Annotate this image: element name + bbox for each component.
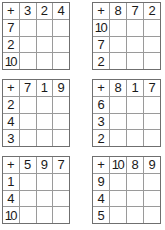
answer-cell[interactable] (127, 207, 143, 223)
row-header-cell: 2 (3, 97, 19, 113)
row-header-cell: 1 (3, 174, 19, 190)
addition-grid-4: +817632 (92, 79, 161, 147)
answer-cell[interactable] (53, 37, 69, 53)
operator-plus-cell: + (3, 80, 19, 96)
answer-cell[interactable] (110, 114, 126, 130)
column-header-cell: 8 (110, 3, 126, 19)
answer-cell[interactable] (110, 37, 126, 53)
column-header-cell: 7 (144, 80, 160, 96)
column-header-cell: 8 (110, 80, 126, 96)
answer-cell[interactable] (53, 174, 69, 190)
answer-cell[interactable] (127, 130, 143, 146)
answer-cell[interactable] (20, 20, 36, 36)
column-header-cell: 2 (144, 3, 160, 19)
answer-cell[interactable] (20, 97, 36, 113)
answer-cell[interactable] (144, 97, 160, 113)
row-header-cell: 5 (93, 207, 109, 223)
operator-plus-cell: + (3, 3, 19, 19)
answer-cell[interactable] (20, 191, 36, 207)
answer-cell[interactable] (144, 114, 160, 130)
row-header-cell: 7 (93, 37, 109, 53)
answer-cell[interactable] (144, 207, 160, 223)
answer-cell[interactable] (53, 207, 69, 223)
answer-cell[interactable] (110, 20, 126, 36)
column-header-cell: 1 (37, 80, 53, 96)
answer-cell[interactable] (110, 174, 126, 190)
column-header-cell: 2 (37, 3, 53, 19)
answer-cell[interactable] (144, 174, 160, 190)
answer-cell[interactable] (110, 191, 126, 207)
answer-cell[interactable] (127, 97, 143, 113)
answer-cell[interactable] (127, 174, 143, 190)
operator-plus-cell: + (93, 3, 109, 19)
column-header-cell: 9 (53, 80, 69, 96)
answer-cell[interactable] (127, 114, 143, 130)
answer-cell[interactable] (20, 37, 36, 53)
answer-cell[interactable] (37, 37, 53, 53)
row-header-cell: 6 (93, 97, 109, 113)
answer-cell[interactable] (53, 114, 69, 130)
operator-plus-cell: + (93, 80, 109, 96)
answer-cell[interactable] (144, 130, 160, 146)
column-header-cell: 5 (20, 157, 36, 173)
answer-cell[interactable] (110, 97, 126, 113)
answer-cell[interactable] (37, 114, 53, 130)
addition-grid-6: +1089945 (92, 156, 161, 224)
answer-cell[interactable] (53, 97, 69, 113)
addition-grid-5: +5971410 (2, 156, 70, 224)
row-header-cell: 2 (93, 53, 109, 69)
answer-cell[interactable] (20, 174, 36, 190)
answer-cell[interactable] (20, 114, 36, 130)
addition-grid-3: +719243 (2, 79, 70, 147)
answer-cell[interactable] (20, 53, 36, 69)
column-header-cell: 10 (110, 157, 126, 173)
column-header-cell: 7 (127, 3, 143, 19)
answer-cell[interactable] (127, 20, 143, 36)
answer-cell[interactable] (127, 53, 143, 69)
column-header-cell: 7 (53, 157, 69, 173)
answer-cell[interactable] (144, 20, 160, 36)
column-header-cell: 9 (144, 157, 160, 173)
operator-plus-cell: + (3, 157, 19, 173)
row-header-cell: 10 (93, 20, 109, 36)
column-header-cell: 1 (127, 80, 143, 96)
answer-cell[interactable] (110, 130, 126, 146)
column-header-cell: 8 (127, 157, 143, 173)
answer-cell[interactable] (144, 53, 160, 69)
answer-cell[interactable] (37, 191, 53, 207)
answer-cell[interactable] (127, 191, 143, 207)
row-header-cell: 10 (3, 207, 19, 223)
addition-grid-1: +3247210 (2, 2, 70, 70)
answer-cell[interactable] (53, 191, 69, 207)
answer-cell[interactable] (37, 97, 53, 113)
answer-cell[interactable] (37, 207, 53, 223)
answer-cell[interactable] (37, 53, 53, 69)
answer-cell[interactable] (37, 130, 53, 146)
answer-cell[interactable] (144, 37, 160, 53)
answer-cell[interactable] (110, 53, 126, 69)
worksheet-page: +3247210 +8721072 +719243 +817632 +59714… (0, 0, 165, 230)
row-header-cell: 3 (93, 114, 109, 130)
answer-cell[interactable] (110, 207, 126, 223)
row-header-cell: 2 (93, 130, 109, 146)
answer-cell[interactable] (53, 130, 69, 146)
row-header-cell: 3 (3, 130, 19, 146)
answer-cell[interactable] (20, 130, 36, 146)
column-header-cell: 9 (37, 157, 53, 173)
row-header-cell: 2 (3, 37, 19, 53)
answer-cell[interactable] (144, 191, 160, 207)
answer-cell[interactable] (127, 37, 143, 53)
row-header-cell: 7 (3, 20, 19, 36)
answer-cell[interactable] (37, 20, 53, 36)
addition-grid-2: +8721072 (92, 2, 161, 70)
operator-plus-cell: + (93, 157, 109, 173)
row-header-cell: 9 (93, 174, 109, 190)
row-header-cell: 4 (93, 191, 109, 207)
answer-cell[interactable] (53, 53, 69, 69)
answer-cell[interactable] (53, 20, 69, 36)
grids-layout: +3247210 +8721072 +719243 +817632 +59714… (2, 2, 165, 224)
column-header-cell: 4 (53, 3, 69, 19)
row-header-cell: 4 (3, 191, 19, 207)
row-header-cell: 4 (3, 114, 19, 130)
answer-cell[interactable] (37, 174, 53, 190)
answer-cell[interactable] (20, 207, 36, 223)
column-header-cell: 7 (20, 80, 36, 96)
row-header-cell: 10 (3, 53, 19, 69)
column-header-cell: 3 (20, 3, 36, 19)
